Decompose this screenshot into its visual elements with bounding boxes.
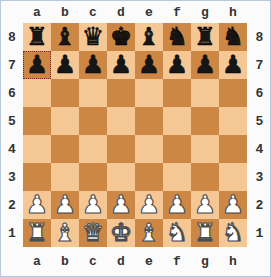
square-d8[interactable]: ♚ xyxy=(107,23,135,51)
rank-label-right-2: 2 xyxy=(247,191,271,219)
piece-black-pawn: ♟ xyxy=(194,51,216,79)
piece-white-king: ♚ xyxy=(110,219,132,247)
file-label-top-c: c xyxy=(79,1,107,23)
piece-black-knight: ♞ xyxy=(166,23,188,51)
file-label-bottom-e: e xyxy=(135,247,163,275)
piece-black-king: ♚ xyxy=(110,23,132,51)
piece-white-pawn: ♟ xyxy=(194,191,216,219)
piece-white-pawn: ♟ xyxy=(166,191,188,219)
piece-white-bishop: ♝ xyxy=(138,219,160,247)
square-d3[interactable] xyxy=(107,163,135,191)
square-c5[interactable] xyxy=(79,107,107,135)
square-f1[interactable]: ♞ xyxy=(163,219,191,247)
rank-label-left-4: 4 xyxy=(1,135,23,163)
rank-label-left-3: 3 xyxy=(1,163,23,191)
square-g2[interactable]: ♟ xyxy=(191,191,219,219)
square-g3[interactable] xyxy=(191,163,219,191)
file-label-bottom-d: d xyxy=(107,247,135,275)
rank-label-left-6: 6 xyxy=(1,79,23,107)
rank-label-right-5: 5 xyxy=(247,107,271,135)
square-e4[interactable] xyxy=(135,135,163,163)
square-e2[interactable]: ♟ xyxy=(135,191,163,219)
square-a2[interactable]: ♟ xyxy=(23,191,51,219)
rank-labels-right: 87654321 xyxy=(247,23,271,247)
square-g5[interactable] xyxy=(191,107,219,135)
square-h1[interactable]: ♞ xyxy=(219,219,247,247)
square-e7[interactable]: ♟ xyxy=(135,51,163,79)
piece-white-pawn: ♟ xyxy=(54,191,76,219)
square-a4[interactable] xyxy=(23,135,51,163)
square-b4[interactable] xyxy=(51,135,79,163)
rank-label-left-5: 5 xyxy=(1,107,23,135)
piece-black-pawn: ♟ xyxy=(166,51,188,79)
square-b5[interactable] xyxy=(51,107,79,135)
square-e1[interactable]: ♝ xyxy=(135,219,163,247)
rank-label-left-2: 2 xyxy=(1,191,23,219)
square-d2[interactable]: ♟ xyxy=(107,191,135,219)
piece-white-pawn: ♟ xyxy=(26,191,48,219)
square-c3[interactable] xyxy=(79,163,107,191)
file-label-bottom-f: f xyxy=(163,247,191,275)
piece-white-queen: ♛ xyxy=(82,219,104,247)
square-c4[interactable] xyxy=(79,135,107,163)
square-a3[interactable] xyxy=(23,163,51,191)
piece-white-rook: ♜ xyxy=(26,219,48,247)
piece-black-pawn: ♟ xyxy=(138,51,160,79)
square-d7[interactable]: ♟ xyxy=(107,51,135,79)
piece-black-pawn: ♟ xyxy=(54,51,76,79)
square-g7[interactable]: ♟ xyxy=(191,51,219,79)
square-b7[interactable]: ♟ xyxy=(51,51,79,79)
square-g8[interactable]: ♜ xyxy=(191,23,219,51)
rank-label-left-1: 1 xyxy=(1,219,23,247)
square-h5[interactable] xyxy=(219,107,247,135)
square-c8[interactable]: ♛ xyxy=(79,23,107,51)
square-f5[interactable] xyxy=(163,107,191,135)
piece-black-rook: ♜ xyxy=(194,23,216,51)
square-a5[interactable] xyxy=(23,107,51,135)
file-label-bottom-c: c xyxy=(79,247,107,275)
file-label-bottom-b: b xyxy=(51,247,79,275)
piece-white-pawn: ♟ xyxy=(138,191,160,219)
piece-white-rook: ♜ xyxy=(194,219,216,247)
square-h2[interactable]: ♟ xyxy=(219,191,247,219)
square-f8[interactable]: ♞ xyxy=(163,23,191,51)
rank-label-left-8: 8 xyxy=(1,23,23,51)
rank-labels-left: 87654321 xyxy=(1,23,23,247)
file-labels-bottom: abcdefgh xyxy=(23,247,247,275)
piece-black-pawn: ♟ xyxy=(110,51,132,79)
square-c2[interactable]: ♟ xyxy=(79,191,107,219)
square-f7[interactable]: ♟ xyxy=(163,51,191,79)
rank-label-right-4: 4 xyxy=(247,135,271,163)
square-h8[interactable]: ♞ xyxy=(219,23,247,51)
square-b3[interactable] xyxy=(51,163,79,191)
file-label-bottom-h: h xyxy=(219,247,247,275)
file-label-bottom-a: a xyxy=(23,247,51,275)
rank-label-right-1: 1 xyxy=(247,219,271,247)
square-a7[interactable]: ♟ xyxy=(23,51,51,79)
square-e8[interactable]: ♝ xyxy=(135,23,163,51)
piece-white-knight: ♞ xyxy=(166,219,188,247)
file-label-top-b: b xyxy=(51,1,79,23)
piece-white-bishop: ♝ xyxy=(54,219,76,247)
file-label-top-e: e xyxy=(135,1,163,23)
square-a6[interactable] xyxy=(23,79,51,107)
file-label-top-a: a xyxy=(23,1,51,23)
square-b6[interactable] xyxy=(51,79,79,107)
rank-label-right-6: 6 xyxy=(247,79,271,107)
square-a8[interactable]: ♜ xyxy=(23,23,51,51)
piece-black-rook: ♜ xyxy=(26,23,48,51)
square-b2[interactable]: ♟ xyxy=(51,191,79,219)
square-f4[interactable] xyxy=(163,135,191,163)
square-c7[interactable]: ♟ xyxy=(79,51,107,79)
file-label-top-g: g xyxy=(191,1,219,23)
piece-black-pawn: ♟ xyxy=(222,51,244,79)
piece-black-knight: ♞ xyxy=(222,23,244,51)
square-g1[interactable]: ♜ xyxy=(191,219,219,247)
piece-black-bishop: ♝ xyxy=(54,23,76,51)
square-f6[interactable] xyxy=(163,79,191,107)
square-d1[interactable]: ♚ xyxy=(107,219,135,247)
square-g6[interactable] xyxy=(191,79,219,107)
square-a1[interactable]: ♜ xyxy=(23,219,51,247)
square-c6[interactable] xyxy=(79,79,107,107)
rank-label-right-8: 8 xyxy=(247,23,271,51)
square-d5[interactable] xyxy=(107,107,135,135)
square-f3[interactable] xyxy=(163,163,191,191)
file-label-top-h: h xyxy=(219,1,247,23)
rank-label-right-7: 7 xyxy=(247,51,271,79)
piece-white-knight: ♞ xyxy=(222,219,244,247)
square-h7[interactable]: ♟ xyxy=(219,51,247,79)
square-h6[interactable] xyxy=(219,79,247,107)
square-b8[interactable]: ♝ xyxy=(51,23,79,51)
piece-black-bishop: ♝ xyxy=(138,23,160,51)
file-label-top-d: d xyxy=(107,1,135,23)
piece-black-queen: ♛ xyxy=(82,23,104,51)
square-d6[interactable] xyxy=(107,79,135,107)
piece-white-pawn: ♟ xyxy=(222,191,244,219)
square-h4[interactable] xyxy=(219,135,247,163)
square-g4[interactable] xyxy=(191,135,219,163)
square-e6[interactable] xyxy=(135,79,163,107)
chess-board: ♜♝♛♚♝♞♜♞♟♟♟♟♟♟♟♟♟♟♟♟♟♟♟♟♜♝♛♚♝♞♜♞ xyxy=(23,23,247,247)
file-label-top-f: f xyxy=(163,1,191,23)
square-e5[interactable] xyxy=(135,107,163,135)
rank-label-right-3: 3 xyxy=(247,163,271,191)
piece-black-pawn: ♟ xyxy=(82,51,104,79)
piece-black-pawn: ♟ xyxy=(26,51,48,79)
square-h3[interactable] xyxy=(219,163,247,191)
square-c1[interactable]: ♛ xyxy=(79,219,107,247)
square-d4[interactable] xyxy=(107,135,135,163)
square-e3[interactable] xyxy=(135,163,163,191)
square-b1[interactable]: ♝ xyxy=(51,219,79,247)
file-label-bottom-g: g xyxy=(191,247,219,275)
rank-label-left-7: 7 xyxy=(1,51,23,79)
piece-white-pawn: ♟ xyxy=(82,191,104,219)
file-labels-top: abcdefgh xyxy=(23,1,247,23)
square-f2[interactable]: ♟ xyxy=(163,191,191,219)
chess-board-widget: ♜♝♛♚♝♞♜♞♟♟♟♟♟♟♟♟♟♟♟♟♟♟♟♟♜♝♛♚♝♞♜♞ abcdefg… xyxy=(0,0,271,277)
piece-white-pawn: ♟ xyxy=(110,191,132,219)
